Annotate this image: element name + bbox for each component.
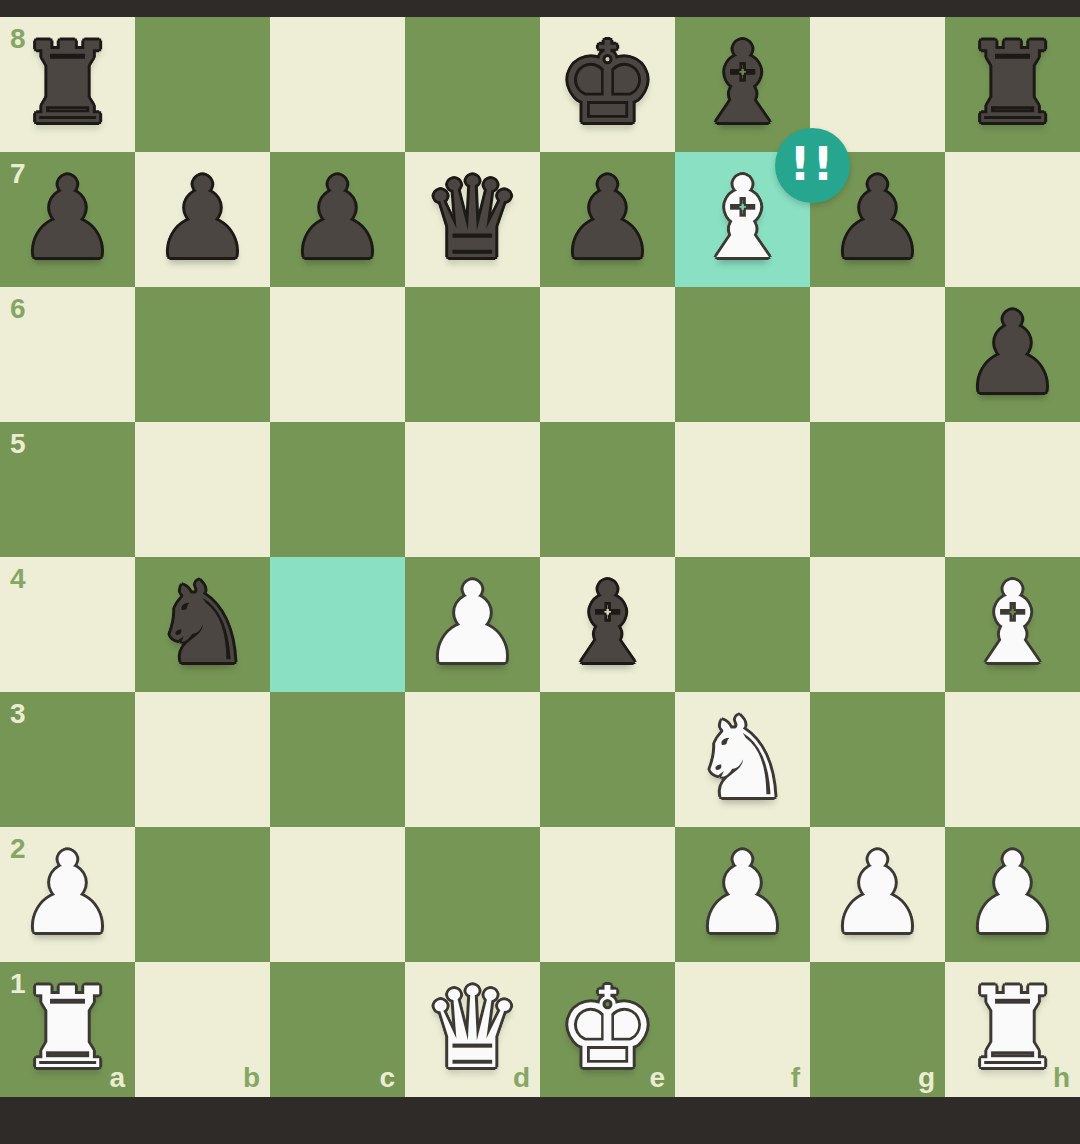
rank-label-3: 3 xyxy=(10,700,26,728)
black-pawn[interactable]: ♟ xyxy=(962,297,1062,409)
white-pawn[interactable]: ♟ xyxy=(17,837,117,949)
square-h7[interactable] xyxy=(945,152,1080,287)
square-b5[interactable] xyxy=(135,422,270,557)
black-rook[interactable]: ♜ xyxy=(962,27,1062,139)
square-d7[interactable]: ♛ xyxy=(405,152,540,287)
square-e1[interactable]: e♚ xyxy=(540,962,675,1097)
black-queen[interactable]: ♛ xyxy=(422,162,522,274)
square-d1[interactable]: d♛ xyxy=(405,962,540,1097)
square-g4[interactable] xyxy=(810,557,945,692)
square-b8[interactable] xyxy=(135,17,270,152)
square-e4[interactable]: ♝ xyxy=(540,557,675,692)
chess-board: 8♜♚♝♜7♟♟♟♛♟♝♟6♟54♞♟♝♝3♞2♟♟♟♟1a♜bcd♛e♚fgh… xyxy=(0,17,1080,1097)
square-e5[interactable] xyxy=(540,422,675,557)
brilliant-move-label: !! xyxy=(790,137,836,191)
square-d2[interactable] xyxy=(405,827,540,962)
white-pawn[interactable]: ♟ xyxy=(692,837,792,949)
square-e7[interactable]: ♟ xyxy=(540,152,675,287)
square-c3[interactable] xyxy=(270,692,405,827)
white-knight[interactable]: ♞ xyxy=(692,702,792,814)
square-e6[interactable] xyxy=(540,287,675,422)
black-king[interactable]: ♚ xyxy=(557,27,657,139)
file-label-g: g xyxy=(918,1064,935,1092)
square-a2[interactable]: 2♟ xyxy=(0,827,135,962)
bottom-letterbox-bar xyxy=(0,1097,1080,1144)
square-g5[interactable] xyxy=(810,422,945,557)
black-bishop[interactable]: ♝ xyxy=(692,27,792,139)
square-b4[interactable]: ♞ xyxy=(135,557,270,692)
square-h1[interactable]: h♜ xyxy=(945,962,1080,1097)
file-label-b: b xyxy=(243,1064,260,1092)
square-f8[interactable]: ♝ xyxy=(675,17,810,152)
square-a1[interactable]: 1a♜ xyxy=(0,962,135,1097)
file-label-f: f xyxy=(791,1064,800,1092)
square-a8[interactable]: 8♜ xyxy=(0,17,135,152)
square-e2[interactable] xyxy=(540,827,675,962)
square-f3[interactable]: ♞ xyxy=(675,692,810,827)
square-h5[interactable] xyxy=(945,422,1080,557)
square-b7[interactable]: ♟ xyxy=(135,152,270,287)
square-f2[interactable]: ♟ xyxy=(675,827,810,962)
black-pawn[interactable]: ♟ xyxy=(152,162,252,274)
chess-app-screen: 8♜♚♝♜7♟♟♟♛♟♝♟6♟54♞♟♝♝3♞2♟♟♟♟1a♜bcd♛e♚fgh… xyxy=(0,0,1080,1144)
square-c4[interactable] xyxy=(270,557,405,692)
square-f1[interactable]: f xyxy=(675,962,810,1097)
square-b3[interactable] xyxy=(135,692,270,827)
white-king[interactable]: ♚ xyxy=(557,972,657,1084)
white-pawn[interactable]: ♟ xyxy=(827,837,927,949)
square-f5[interactable] xyxy=(675,422,810,557)
square-h4[interactable]: ♝ xyxy=(945,557,1080,692)
square-d4[interactable]: ♟ xyxy=(405,557,540,692)
square-e8[interactable]: ♚ xyxy=(540,17,675,152)
square-f4[interactable] xyxy=(675,557,810,692)
square-b2[interactable] xyxy=(135,827,270,962)
square-c8[interactable] xyxy=(270,17,405,152)
black-rook[interactable]: ♜ xyxy=(17,27,117,139)
square-a3[interactable]: 3 xyxy=(0,692,135,827)
white-bishop[interactable]: ♝ xyxy=(962,567,1062,679)
square-h3[interactable] xyxy=(945,692,1080,827)
square-e3[interactable] xyxy=(540,692,675,827)
square-d3[interactable] xyxy=(405,692,540,827)
top-letterbox-bar xyxy=(0,0,1080,17)
square-a6[interactable]: 6 xyxy=(0,287,135,422)
square-h2[interactable]: ♟ xyxy=(945,827,1080,962)
square-a7[interactable]: 7♟ xyxy=(0,152,135,287)
square-c1[interactable]: c xyxy=(270,962,405,1097)
black-pawn[interactable]: ♟ xyxy=(17,162,117,274)
square-d5[interactable] xyxy=(405,422,540,557)
square-a5[interactable]: 5 xyxy=(0,422,135,557)
square-d6[interactable] xyxy=(405,287,540,422)
white-rook[interactable]: ♜ xyxy=(962,972,1062,1084)
black-knight[interactable]: ♞ xyxy=(152,567,252,679)
white-pawn[interactable]: ♟ xyxy=(422,567,522,679)
white-rook[interactable]: ♜ xyxy=(17,972,117,1084)
rank-label-5: 5 xyxy=(10,430,26,458)
file-label-c: c xyxy=(379,1064,395,1092)
black-pawn[interactable]: ♟ xyxy=(287,162,387,274)
square-c6[interactable] xyxy=(270,287,405,422)
square-h8[interactable]: ♜ xyxy=(945,17,1080,152)
square-d8[interactable] xyxy=(405,17,540,152)
rank-label-4: 4 xyxy=(10,565,26,593)
square-g3[interactable] xyxy=(810,692,945,827)
white-queen[interactable]: ♛ xyxy=(422,972,522,1084)
square-g1[interactable]: g xyxy=(810,962,945,1097)
square-b6[interactable] xyxy=(135,287,270,422)
black-bishop[interactable]: ♝ xyxy=(557,567,657,679)
white-pawn[interactable]: ♟ xyxy=(962,837,1062,949)
square-c5[interactable] xyxy=(270,422,405,557)
square-g6[interactable] xyxy=(810,287,945,422)
square-c7[interactable]: ♟ xyxy=(270,152,405,287)
square-b1[interactable]: b xyxy=(135,962,270,1097)
rank-label-6: 6 xyxy=(10,295,26,323)
square-g2[interactable]: ♟ xyxy=(810,827,945,962)
brilliant-move-badge: !! xyxy=(775,128,850,203)
square-h6[interactable]: ♟ xyxy=(945,287,1080,422)
square-a4[interactable]: 4 xyxy=(0,557,135,692)
square-f6[interactable] xyxy=(675,287,810,422)
black-pawn[interactable]: ♟ xyxy=(557,162,657,274)
square-c2[interactable] xyxy=(270,827,405,962)
